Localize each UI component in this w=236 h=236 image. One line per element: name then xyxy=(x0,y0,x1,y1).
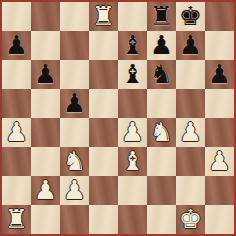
chess-board: ♜♜♚♟♝♟♟♟♝♞♟♟♟♟♞♟♞♝♟♟♟♜♚ xyxy=(2,2,234,234)
square-b6[interactable]: ♟ xyxy=(31,60,60,89)
square-a4[interactable]: ♟ xyxy=(2,118,31,147)
piece-white-pawn-g4: ♟ xyxy=(176,118,205,147)
square-b3[interactable] xyxy=(31,147,60,176)
square-e1[interactable] xyxy=(118,205,147,234)
square-g4[interactable]: ♟ xyxy=(176,118,205,147)
square-e4[interactable]: ♟ xyxy=(118,118,147,147)
piece-white-knight-f4: ♞ xyxy=(147,118,176,147)
square-b7[interactable] xyxy=(31,31,60,60)
piece-white-pawn-h3: ♟ xyxy=(205,147,234,176)
square-h1[interactable] xyxy=(205,205,234,234)
square-d8[interactable]: ♜ xyxy=(89,2,118,31)
square-g1[interactable]: ♚ xyxy=(176,205,205,234)
piece-white-rook-d8: ♜ xyxy=(89,2,118,31)
piece-black-pawn-b6: ♟ xyxy=(31,60,60,89)
piece-white-pawn-e4: ♟ xyxy=(118,118,147,147)
square-b5[interactable] xyxy=(31,89,60,118)
square-e8[interactable] xyxy=(118,2,147,31)
square-f1[interactable] xyxy=(147,205,176,234)
piece-black-rook-f8: ♜ xyxy=(147,2,176,31)
square-e2[interactable] xyxy=(118,176,147,205)
square-g3[interactable] xyxy=(176,147,205,176)
square-a3[interactable] xyxy=(2,147,31,176)
square-a7[interactable]: ♟ xyxy=(2,31,31,60)
square-c8[interactable] xyxy=(60,2,89,31)
square-d7[interactable] xyxy=(89,31,118,60)
square-g8[interactable]: ♚ xyxy=(176,2,205,31)
square-f2[interactable] xyxy=(147,176,176,205)
square-a1[interactable]: ♜ xyxy=(2,205,31,234)
board-frame: ♜♜♚♟♝♟♟♟♝♞♟♟♟♟♞♟♞♝♟♟♟♜♚ xyxy=(0,0,236,236)
square-b1[interactable] xyxy=(31,205,60,234)
square-d6[interactable] xyxy=(89,60,118,89)
square-f6[interactable]: ♞ xyxy=(147,60,176,89)
square-d5[interactable] xyxy=(89,89,118,118)
square-b8[interactable] xyxy=(31,2,60,31)
piece-white-pawn-b2: ♟ xyxy=(31,176,60,205)
square-c1[interactable] xyxy=(60,205,89,234)
square-a6[interactable] xyxy=(2,60,31,89)
square-a2[interactable] xyxy=(2,176,31,205)
piece-white-knight-c3: ♞ xyxy=(60,147,89,176)
square-b2[interactable]: ♟ xyxy=(31,176,60,205)
piece-black-pawn-a7: ♟ xyxy=(2,31,31,60)
square-e7[interactable]: ♝ xyxy=(118,31,147,60)
square-d3[interactable] xyxy=(89,147,118,176)
square-a5[interactable] xyxy=(2,89,31,118)
square-h5[interactable] xyxy=(205,89,234,118)
square-h4[interactable] xyxy=(205,118,234,147)
piece-black-knight-f6: ♞ xyxy=(147,60,176,89)
piece-white-rook-a1: ♜ xyxy=(2,205,31,234)
piece-white-king-g1: ♚ xyxy=(176,205,205,234)
square-e6[interactable]: ♝ xyxy=(118,60,147,89)
piece-white-bishop-e3: ♝ xyxy=(118,147,147,176)
square-h6[interactable]: ♟ xyxy=(205,60,234,89)
square-d4[interactable] xyxy=(89,118,118,147)
piece-black-pawn-g7: ♟ xyxy=(176,31,205,60)
square-f4[interactable]: ♞ xyxy=(147,118,176,147)
piece-white-pawn-c2: ♟ xyxy=(60,176,89,205)
square-f5[interactable] xyxy=(147,89,176,118)
piece-black-bishop-e7: ♝ xyxy=(118,31,147,60)
square-e5[interactable] xyxy=(118,89,147,118)
piece-black-pawn-c5: ♟ xyxy=(60,89,89,118)
square-g6[interactable] xyxy=(176,60,205,89)
square-c5[interactable]: ♟ xyxy=(60,89,89,118)
piece-black-pawn-f7: ♟ xyxy=(147,31,176,60)
square-d2[interactable] xyxy=(89,176,118,205)
piece-black-pawn-h6: ♟ xyxy=(205,60,234,89)
square-h8[interactable] xyxy=(205,2,234,31)
square-e3[interactable]: ♝ xyxy=(118,147,147,176)
square-a8[interactable] xyxy=(2,2,31,31)
square-g5[interactable] xyxy=(176,89,205,118)
square-g2[interactable] xyxy=(176,176,205,205)
square-b4[interactable] xyxy=(31,118,60,147)
square-c3[interactable]: ♞ xyxy=(60,147,89,176)
square-f3[interactable] xyxy=(147,147,176,176)
square-g7[interactable]: ♟ xyxy=(176,31,205,60)
piece-white-pawn-a4: ♟ xyxy=(2,118,31,147)
square-c2[interactable]: ♟ xyxy=(60,176,89,205)
piece-black-king-g8: ♚ xyxy=(176,2,205,31)
square-c7[interactable] xyxy=(60,31,89,60)
square-c6[interactable] xyxy=(60,60,89,89)
square-f7[interactable]: ♟ xyxy=(147,31,176,60)
square-c4[interactable] xyxy=(60,118,89,147)
square-h2[interactable] xyxy=(205,176,234,205)
square-f8[interactable]: ♜ xyxy=(147,2,176,31)
piece-black-bishop-e6: ♝ xyxy=(118,60,147,89)
square-d1[interactable] xyxy=(89,205,118,234)
square-h3[interactable]: ♟ xyxy=(205,147,234,176)
square-h7[interactable] xyxy=(205,31,234,60)
